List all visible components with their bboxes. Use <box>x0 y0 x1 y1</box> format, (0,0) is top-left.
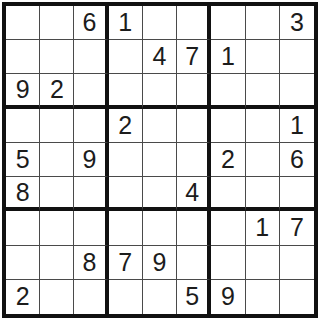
cell-r2c8[interactable] <box>246 40 280 74</box>
cell-r5c5[interactable] <box>143 143 177 177</box>
cell-r2c3[interactable] <box>74 40 108 74</box>
cell-r8c9[interactable] <box>280 246 314 280</box>
cell-r1c6[interactable] <box>177 6 211 40</box>
cell-r9c6: 5 <box>177 280 211 314</box>
cell-r8c4: 7 <box>109 246 143 280</box>
cell-r4c9: 1 <box>280 109 314 143</box>
cell-r3c1: 9 <box>6 74 40 108</box>
cell-r7c6[interactable] <box>177 211 211 245</box>
cell-r9c8[interactable] <box>246 280 280 314</box>
cell-r7c8: 1 <box>246 211 280 245</box>
cell-r7c1[interactable] <box>6 211 40 245</box>
cell-r8c5: 9 <box>143 246 177 280</box>
cell-r7c5[interactable] <box>143 211 177 245</box>
cell-r2c9[interactable] <box>280 40 314 74</box>
cell-r7c9: 7 <box>280 211 314 245</box>
cell-r1c8[interactable] <box>246 6 280 40</box>
cell-r6c8[interactable] <box>246 177 280 211</box>
sudoku-board: 613471922159268417879259 <box>2 2 318 318</box>
cell-r6c5[interactable] <box>143 177 177 211</box>
cell-r4c4: 2 <box>109 109 143 143</box>
cell-r5c4[interactable] <box>109 143 143 177</box>
cell-r1c4: 1 <box>109 6 143 40</box>
cell-r9c3[interactable] <box>74 280 108 314</box>
cell-r1c9: 3 <box>280 6 314 40</box>
cell-r2c1[interactable] <box>6 40 40 74</box>
cell-r5c6[interactable] <box>177 143 211 177</box>
cell-r3c6[interactable] <box>177 74 211 108</box>
cell-r4c6[interactable] <box>177 109 211 143</box>
cell-r1c2[interactable] <box>40 6 74 40</box>
cell-r5c7: 2 <box>211 143 245 177</box>
cell-r8c1[interactable] <box>6 246 40 280</box>
cell-r6c3[interactable] <box>74 177 108 211</box>
cell-r6c4[interactable] <box>109 177 143 211</box>
cell-r8c6[interactable] <box>177 246 211 280</box>
cell-r2c6: 7 <box>177 40 211 74</box>
cell-r4c8[interactable] <box>246 109 280 143</box>
cell-r5c9: 6 <box>280 143 314 177</box>
cell-r8c2[interactable] <box>40 246 74 280</box>
cell-r9c5[interactable] <box>143 280 177 314</box>
cell-r1c3: 6 <box>74 6 108 40</box>
cell-r3c2: 2 <box>40 74 74 108</box>
cell-r9c7: 9 <box>211 280 245 314</box>
cell-r6c6: 4 <box>177 177 211 211</box>
cell-r2c4[interactable] <box>109 40 143 74</box>
cell-r5c1: 5 <box>6 143 40 177</box>
cell-r3c3[interactable] <box>74 74 108 108</box>
cell-r7c2[interactable] <box>40 211 74 245</box>
cell-r2c7: 1 <box>211 40 245 74</box>
cell-r9c4[interactable] <box>109 280 143 314</box>
cell-r1c5[interactable] <box>143 6 177 40</box>
cell-r3c8[interactable] <box>246 74 280 108</box>
cell-r7c7[interactable] <box>211 211 245 245</box>
cell-r6c1: 8 <box>6 177 40 211</box>
cell-r9c2[interactable] <box>40 280 74 314</box>
cell-r6c2[interactable] <box>40 177 74 211</box>
cell-r8c7[interactable] <box>211 246 245 280</box>
cell-r4c3[interactable] <box>74 109 108 143</box>
cell-r2c2[interactable] <box>40 40 74 74</box>
cell-r3c5[interactable] <box>143 74 177 108</box>
cell-r6c7[interactable] <box>211 177 245 211</box>
cell-r4c5[interactable] <box>143 109 177 143</box>
cell-r5c2[interactable] <box>40 143 74 177</box>
cell-r1c1[interactable] <box>6 6 40 40</box>
cell-r4c1[interactable] <box>6 109 40 143</box>
sudoku-page: 613471922159268417879259 <box>0 0 320 320</box>
cell-r8c3: 8 <box>74 246 108 280</box>
cell-r9c9[interactable] <box>280 280 314 314</box>
cell-r9c1: 2 <box>6 280 40 314</box>
cell-r2c5: 4 <box>143 40 177 74</box>
cell-r3c7[interactable] <box>211 74 245 108</box>
cell-r4c7[interactable] <box>211 109 245 143</box>
cell-r3c4[interactable] <box>109 74 143 108</box>
cell-r7c4[interactable] <box>109 211 143 245</box>
cell-r4c2[interactable] <box>40 109 74 143</box>
cell-r3c9[interactable] <box>280 74 314 108</box>
cell-r1c7[interactable] <box>211 6 245 40</box>
cell-r5c8[interactable] <box>246 143 280 177</box>
cell-r7c3[interactable] <box>74 211 108 245</box>
cell-r8c8[interactable] <box>246 246 280 280</box>
cell-r5c3: 9 <box>74 143 108 177</box>
cell-r6c9[interactable] <box>280 177 314 211</box>
